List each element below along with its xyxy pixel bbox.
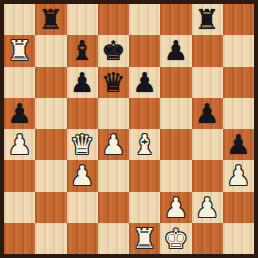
square-c3[interactable]: ♟ bbox=[67, 160, 98, 191]
square-c7[interactable]: ♝ bbox=[67, 35, 98, 66]
square-f1[interactable]: ♚ bbox=[160, 223, 191, 254]
square-a3[interactable] bbox=[4, 160, 35, 191]
square-e1[interactable]: ♜ bbox=[129, 223, 160, 254]
white-king-piece[interactable]: ♚ bbox=[164, 223, 188, 254]
square-d8[interactable] bbox=[98, 4, 129, 35]
square-e7[interactable] bbox=[129, 35, 160, 66]
black-queen-piece[interactable]: ♛ bbox=[101, 67, 125, 98]
chess-board: ♜♜♜♝♚♟♟♛♟♟♟♟♛♟♝♟♟♟♟♟♜♚ bbox=[4, 4, 254, 254]
square-e3[interactable] bbox=[129, 160, 160, 191]
black-rook-piece[interactable]: ♜ bbox=[39, 4, 63, 35]
square-d7[interactable]: ♚ bbox=[98, 35, 129, 66]
square-g7[interactable] bbox=[192, 35, 223, 66]
square-a6[interactable] bbox=[4, 67, 35, 98]
white-rook-piece[interactable]: ♜ bbox=[8, 35, 32, 66]
square-a8[interactable] bbox=[4, 4, 35, 35]
square-d1[interactable] bbox=[98, 223, 129, 254]
square-g1[interactable] bbox=[192, 223, 223, 254]
square-f4[interactable] bbox=[160, 129, 191, 160]
white-pawn-piece[interactable]: ♟ bbox=[164, 192, 188, 223]
square-f8[interactable] bbox=[160, 4, 191, 35]
white-pawn-piece[interactable]: ♟ bbox=[195, 192, 219, 223]
square-c1[interactable] bbox=[67, 223, 98, 254]
square-f5[interactable] bbox=[160, 98, 191, 129]
black-pawn-piece[interactable]: ♟ bbox=[195, 98, 219, 129]
square-a4[interactable]: ♟ bbox=[4, 129, 35, 160]
black-rook-piece[interactable]: ♜ bbox=[195, 4, 219, 35]
black-pawn-piece[interactable]: ♟ bbox=[226, 129, 250, 160]
square-e2[interactable] bbox=[129, 192, 160, 223]
square-h8[interactable] bbox=[223, 4, 254, 35]
black-pawn-piece[interactable]: ♟ bbox=[8, 98, 32, 129]
square-g6[interactable] bbox=[192, 67, 223, 98]
white-pawn-piece[interactable]: ♟ bbox=[226, 160, 250, 191]
square-h7[interactable] bbox=[223, 35, 254, 66]
white-queen-piece[interactable]: ♛ bbox=[70, 129, 94, 160]
square-d6[interactable]: ♛ bbox=[98, 67, 129, 98]
square-b1[interactable] bbox=[35, 223, 66, 254]
square-g4[interactable] bbox=[192, 129, 223, 160]
square-h4[interactable]: ♟ bbox=[223, 129, 254, 160]
square-e8[interactable] bbox=[129, 4, 160, 35]
white-pawn-piece[interactable]: ♟ bbox=[70, 160, 94, 191]
square-c8[interactable] bbox=[67, 4, 98, 35]
black-pawn-piece[interactable]: ♟ bbox=[70, 67, 94, 98]
square-b6[interactable] bbox=[35, 67, 66, 98]
square-a2[interactable] bbox=[4, 192, 35, 223]
square-b8[interactable]: ♜ bbox=[35, 4, 66, 35]
square-e4[interactable]: ♝ bbox=[129, 129, 160, 160]
square-f7[interactable]: ♟ bbox=[160, 35, 191, 66]
square-c5[interactable] bbox=[67, 98, 98, 129]
square-h3[interactable]: ♟ bbox=[223, 160, 254, 191]
white-bishop-piece[interactable]: ♝ bbox=[133, 129, 157, 160]
square-b2[interactable] bbox=[35, 192, 66, 223]
square-h1[interactable] bbox=[223, 223, 254, 254]
square-f2[interactable]: ♟ bbox=[160, 192, 191, 223]
square-b7[interactable] bbox=[35, 35, 66, 66]
square-h5[interactable] bbox=[223, 98, 254, 129]
square-g8[interactable]: ♜ bbox=[192, 4, 223, 35]
square-h6[interactable] bbox=[223, 67, 254, 98]
square-c2[interactable] bbox=[67, 192, 98, 223]
square-f6[interactable] bbox=[160, 67, 191, 98]
square-a1[interactable] bbox=[4, 223, 35, 254]
white-pawn-piece[interactable]: ♟ bbox=[8, 129, 32, 160]
square-b5[interactable] bbox=[35, 98, 66, 129]
square-e6[interactable]: ♟ bbox=[129, 67, 160, 98]
square-g5[interactable]: ♟ bbox=[192, 98, 223, 129]
square-h2[interactable] bbox=[223, 192, 254, 223]
square-g3[interactable] bbox=[192, 160, 223, 191]
square-d3[interactable] bbox=[98, 160, 129, 191]
square-c4[interactable]: ♛ bbox=[67, 129, 98, 160]
square-f3[interactable] bbox=[160, 160, 191, 191]
black-bishop-piece[interactable]: ♝ bbox=[70, 35, 94, 66]
square-g2[interactable]: ♟ bbox=[192, 192, 223, 223]
board-frame: ♜♜♜♝♚♟♟♛♟♟♟♟♛♟♝♟♟♟♟♟♜♚ bbox=[0, 0, 258, 258]
white-pawn-piece[interactable]: ♟ bbox=[101, 129, 125, 160]
black-king-piece[interactable]: ♚ bbox=[101, 35, 125, 66]
black-pawn-piece[interactable]: ♟ bbox=[164, 35, 188, 66]
square-d4[interactable]: ♟ bbox=[98, 129, 129, 160]
square-a5[interactable]: ♟ bbox=[4, 98, 35, 129]
black-pawn-piece[interactable]: ♟ bbox=[133, 67, 157, 98]
square-d2[interactable] bbox=[98, 192, 129, 223]
square-b4[interactable] bbox=[35, 129, 66, 160]
square-d5[interactable] bbox=[98, 98, 129, 129]
white-rook-piece[interactable]: ♜ bbox=[133, 223, 157, 254]
square-c6[interactable]: ♟ bbox=[67, 67, 98, 98]
square-e5[interactable] bbox=[129, 98, 160, 129]
square-b3[interactable] bbox=[35, 160, 66, 191]
square-a7[interactable]: ♜ bbox=[4, 35, 35, 66]
